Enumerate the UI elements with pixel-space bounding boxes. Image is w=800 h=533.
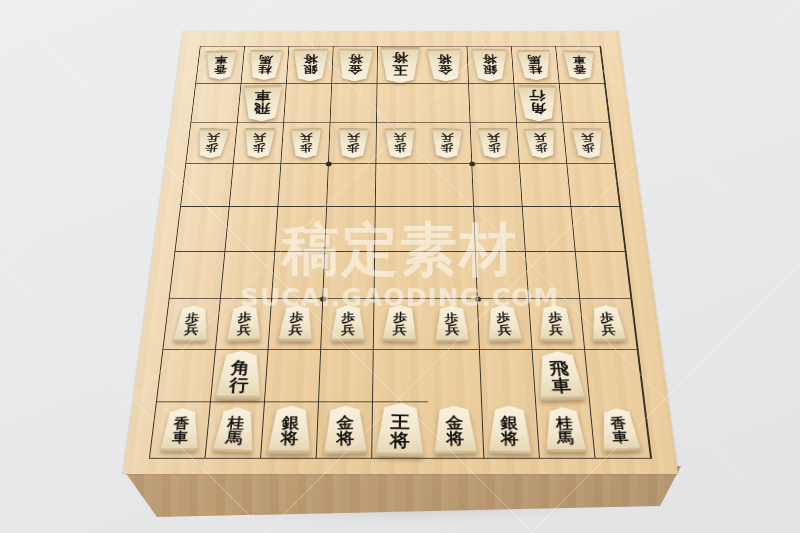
piece-kanji: 飛 (254, 102, 271, 115)
piece-kanji: 桂 (528, 64, 543, 74)
piece-face: 歩兵 (241, 128, 277, 158)
square-4h[interactable] (427, 349, 482, 402)
piece-pawn-sente[interactable]: 歩兵 (276, 306, 315, 343)
square-9b[interactable] (191, 84, 241, 123)
square-4b[interactable] (423, 84, 470, 123)
piece-pawn-gote[interactable]: 歩兵 (570, 128, 607, 158)
piece-kanji: 馬 (527, 54, 542, 64)
piece-kanji: 王 (391, 413, 411, 431)
piece-gold-gote[interactable]: 金将 (426, 49, 465, 82)
square-2d[interactable] (520, 164, 572, 207)
square-8g[interactable]: 歩兵 (216, 299, 272, 349)
piece-kanji: 兵 (534, 132, 548, 142)
piece-pawn-gote[interactable]: 歩兵 (384, 128, 418, 158)
piece-lance-sente[interactable]: 香車 (597, 408, 643, 451)
piece-kanji: 歩 (252, 142, 265, 152)
piece-kanji: 将 (482, 53, 497, 64)
square-3d[interactable] (472, 164, 523, 207)
piece-face: 歩兵 (430, 127, 464, 158)
piece-face: 金将 (425, 48, 466, 81)
square-8e[interactable] (225, 207, 278, 252)
piece-kanji: 角 (230, 360, 250, 377)
piece-kanji: 将 (336, 431, 354, 448)
piece-king-sente[interactable]: 王将 (374, 403, 428, 457)
piece-face: 王将 (373, 403, 427, 458)
square-7i[interactable]: 銀将 (261, 402, 319, 458)
piece-face: 金将 (431, 405, 480, 454)
piece-kanji: 馬 (556, 431, 574, 446)
piece-kanji: 将 (501, 431, 519, 448)
piece-face: 歩兵 (570, 128, 606, 158)
piece-kanji: 馬 (225, 430, 243, 446)
square-2b[interactable]: 角行 (514, 84, 563, 123)
piece-gold-sente[interactable]: 金将 (431, 406, 479, 455)
piece-face: 銀将 (470, 48, 509, 81)
square-5f[interactable] (375, 252, 426, 299)
square-9f[interactable] (170, 252, 226, 299)
piece-face: 歩兵 (381, 305, 420, 343)
piece-lance-gote[interactable]: 香車 (202, 50, 239, 79)
piece-kanji: 兵 (445, 325, 459, 337)
square-6g[interactable]: 歩兵 (321, 299, 374, 349)
square-9g[interactable]: 歩兵 (163, 299, 220, 349)
square-1c[interactable]: 歩兵 (563, 123, 615, 164)
piece-bishop-gote[interactable]: 角行 (515, 85, 561, 121)
piece-face: 香車 (158, 408, 203, 452)
square-6c[interactable]: 歩兵 (329, 123, 377, 164)
piece-kanji: 将 (303, 53, 318, 64)
square-1a[interactable]: 香車 (556, 46, 605, 83)
piece-kanji: 兵 (497, 324, 512, 336)
piece-kanji: 角 (530, 102, 547, 115)
square-4d[interactable] (424, 164, 473, 207)
piece-kanji: 車 (612, 430, 630, 445)
square-3a[interactable]: 銀将 (467, 46, 514, 83)
piece-kanji: 車 (254, 89, 271, 102)
piece-kanji: 玉 (392, 64, 408, 76)
piece-kanji: 将 (280, 431, 299, 447)
square-1d[interactable] (567, 164, 620, 207)
square-6i[interactable]: 金将 (317, 402, 373, 458)
square-5b[interactable] (377, 84, 423, 123)
square-2a[interactable]: 桂馬 (512, 46, 560, 83)
piece-gold-gote[interactable]: 金将 (335, 49, 374, 82)
square-9e[interactable] (175, 207, 229, 252)
square-9a[interactable]: 香車 (196, 46, 245, 83)
square-5e[interactable] (375, 207, 425, 252)
square-5c[interactable]: 歩兵 (377, 123, 425, 164)
piece-face: 角行 (516, 84, 561, 121)
piece-silver-sente[interactable]: 銀将 (265, 406, 315, 455)
piece-lance-gote[interactable]: 香車 (561, 50, 598, 79)
piece-face: 銀将 (486, 405, 534, 455)
piece-face: 香車 (596, 407, 643, 452)
piece-kanji: 兵 (549, 324, 564, 336)
square-7e[interactable] (275, 207, 327, 252)
piece-face: 角行 (213, 351, 267, 400)
piece-pawn-sente[interactable]: 歩兵 (536, 306, 576, 343)
piece-face: 桂馬 (541, 407, 589, 452)
piece-face: 香車 (203, 50, 238, 80)
piece-face: 歩兵 (484, 305, 524, 343)
piece-face: 歩兵 (384, 128, 418, 158)
square-7d[interactable] (279, 164, 330, 207)
piece-pawn-sente[interactable]: 歩兵 (588, 306, 629, 343)
square-2e[interactable] (522, 207, 575, 252)
piece-kanji: 兵 (441, 132, 454, 142)
square-1i[interactable]: 香車 (590, 402, 651, 458)
piece-face: 飛車 (240, 84, 284, 122)
piece-pawn-gote[interactable]: 歩兵 (336, 128, 370, 158)
piece-kanji: 兵 (601, 324, 616, 336)
square-5i[interactable]: 王将 (373, 402, 429, 458)
piece-face: 飛車 (533, 350, 588, 401)
piece-kanji: 歩 (488, 142, 501, 152)
square-9c[interactable]: 歩兵 (186, 123, 238, 164)
square-6f[interactable] (323, 252, 375, 299)
piece-kanji: 兵 (300, 132, 313, 142)
square-1b[interactable] (559, 84, 609, 123)
piece-pawn-gote[interactable]: 歩兵 (241, 128, 277, 158)
piece-pawn-sente[interactable]: 歩兵 (329, 306, 367, 343)
piece-kanji: 車 (573, 54, 586, 64)
square-2i[interactable]: 桂馬 (536, 402, 595, 458)
piece-kanji: 兵 (581, 132, 594, 142)
piece-face: 歩兵 (193, 127, 231, 158)
square-5a[interactable]: 玉将 (378, 46, 423, 83)
square-7f[interactable] (272, 252, 325, 299)
square-7a[interactable]: 銀将 (287, 46, 334, 83)
board-grid: 香車桂馬銀将金将玉将金将銀将桂馬香車飛車角行歩兵歩兵歩兵歩兵歩兵歩兵歩兵歩兵歩兵… (149, 46, 652, 459)
piece-rook-gote[interactable]: 飛車 (239, 85, 285, 121)
square-7g[interactable]: 歩兵 (269, 299, 324, 349)
piece-kanji: 馬 (259, 54, 274, 64)
piece-face: 玉将 (379, 47, 423, 83)
piece-bishop-sente[interactable]: 角行 (213, 351, 267, 400)
piece-kanji: 行 (229, 376, 250, 393)
piece-pawn-gote[interactable]: 歩兵 (193, 128, 230, 158)
square-6h[interactable] (319, 349, 374, 402)
piece-face: 桂馬 (210, 407, 259, 453)
piece-kanji: 将 (392, 52, 408, 64)
piece-pawn-gote[interactable]: 歩兵 (523, 128, 559, 158)
piece-kanji: 車 (551, 376, 572, 393)
square-9d[interactable] (181, 164, 234, 207)
piece-face: 金将 (335, 48, 376, 81)
square-6b[interactable] (331, 84, 378, 123)
square-2f[interactable] (526, 252, 581, 299)
square-4c[interactable]: 歩兵 (424, 123, 472, 164)
piece-face: 銀将 (290, 48, 329, 81)
piece-pawn-sente[interactable]: 歩兵 (433, 306, 471, 343)
square-8c[interactable]: 歩兵 (234, 123, 284, 164)
piece-pawn-sente[interactable]: 歩兵 (224, 306, 264, 343)
square-5g[interactable]: 歩兵 (374, 299, 427, 349)
square-6e[interactable] (325, 207, 376, 252)
piece-kanji: 銀 (483, 64, 498, 75)
piece-face: 歩兵 (171, 306, 212, 343)
piece-face: 桂馬 (246, 49, 285, 80)
square-4g[interactable]: 歩兵 (426, 299, 479, 349)
piece-pawn-gote[interactable]: 歩兵 (477, 128, 512, 158)
piece-silver-gote[interactable]: 銀将 (290, 49, 330, 82)
square-5h[interactable] (373, 349, 427, 402)
piece-knight-gote[interactable]: 桂馬 (246, 50, 285, 80)
square-3b[interactable] (469, 84, 517, 123)
piece-face: 桂馬 (515, 49, 554, 80)
piece-kanji: 兵 (288, 324, 303, 336)
piece-kanji: 将 (437, 53, 452, 64)
square-8d[interactable] (230, 164, 282, 207)
square-4i[interactable]: 金将 (428, 402, 484, 458)
square-3f[interactable] (476, 252, 529, 299)
board-perspective-wrapper: 香車桂馬銀将金将玉将金将銀将桂馬香車飛車角行歩兵歩兵歩兵歩兵歩兵歩兵歩兵歩兵歩兵… (123, 0, 678, 474)
piece-kanji: 兵 (237, 324, 251, 336)
stock-photo-shogi-board: 香車桂馬銀将金将玉将金将銀将桂馬香車飛車角行歩兵歩兵歩兵歩兵歩兵歩兵歩兵歩兵歩兵… (0, 0, 800, 533)
piece-kanji: 銀 (303, 64, 318, 75)
piece-face: 歩兵 (433, 306, 471, 343)
piece-face: 歩兵 (335, 128, 370, 158)
piece-kanji: 兵 (253, 132, 266, 142)
piece-kanji: 兵 (393, 324, 407, 336)
shogi-board-top-surface: 香車桂馬銀将金将玉将金将銀将桂馬香車飛車角行歩兵歩兵歩兵歩兵歩兵歩兵歩兵歩兵歩兵… (123, 31, 678, 474)
piece-pawn-sente[interactable]: 歩兵 (382, 306, 419, 343)
piece-kanji: 将 (390, 431, 410, 449)
square-2h[interactable]: 飛車 (532, 349, 590, 402)
piece-kanji: 車 (171, 431, 188, 446)
square-4e[interactable] (425, 207, 476, 252)
piece-face: 歩兵 (587, 305, 629, 342)
piece-king-gote[interactable]: 玉将 (379, 47, 423, 83)
square-7c[interactable]: 歩兵 (281, 123, 330, 164)
piece-kanji: 兵 (487, 132, 500, 142)
square-6a[interactable]: 金将 (332, 46, 378, 83)
piece-face: 金将 (322, 405, 370, 455)
square-1g[interactable]: 歩兵 (580, 299, 637, 349)
piece-face: 歩兵 (523, 127, 560, 158)
piece-kanji: 将 (348, 53, 363, 64)
square-8h[interactable]: 角行 (211, 349, 269, 402)
square-1e[interactable] (571, 207, 625, 252)
piece-face: 歩兵 (329, 305, 366, 342)
square-8i[interactable]: 桂馬 (206, 402, 265, 458)
piece-face: 歩兵 (477, 128, 512, 158)
square-8f[interactable] (221, 252, 276, 299)
piece-knight-sente[interactable]: 桂馬 (211, 407, 259, 452)
square-5d[interactable] (376, 164, 425, 207)
square-4a[interactable]: 金将 (423, 46, 469, 83)
square-8b[interactable]: 飛車 (238, 84, 287, 123)
piece-knight-sente[interactable]: 桂馬 (541, 407, 589, 452)
square-2g[interactable]: 歩兵 (529, 299, 585, 349)
piece-knight-gote[interactable]: 桂馬 (516, 50, 554, 80)
square-9h[interactable] (157, 349, 216, 402)
square-1f[interactable] (576, 252, 632, 299)
piece-pawn-gote[interactable]: 歩兵 (430, 128, 464, 158)
piece-kanji: 兵 (184, 325, 199, 337)
square-7h[interactable] (265, 349, 321, 402)
piece-face: 歩兵 (289, 127, 323, 158)
square-2c[interactable]: 歩兵 (517, 123, 567, 164)
square-3h[interactable] (480, 349, 536, 402)
piece-kanji: 兵 (341, 324, 355, 336)
piece-kanji: 車 (214, 54, 227, 64)
piece-pawn-sente[interactable]: 歩兵 (171, 306, 212, 343)
piece-pawn-gote[interactable]: 歩兵 (288, 128, 323, 158)
square-6d[interactable] (327, 164, 376, 207)
piece-face: 歩兵 (537, 305, 576, 342)
square-8a[interactable]: 桂馬 (241, 46, 289, 83)
piece-lance-sente[interactable]: 香車 (157, 408, 203, 451)
piece-kanji: 兵 (394, 132, 407, 142)
piece-kanji: 兵 (347, 132, 360, 142)
piece-kanji: 飛 (549, 360, 570, 377)
piece-gold-sente[interactable]: 金将 (321, 406, 369, 455)
piece-kanji: 行 (529, 89, 546, 101)
square-3g[interactable]: 歩兵 (477, 299, 532, 349)
square-3c[interactable]: 歩兵 (470, 123, 519, 164)
piece-silver-sente[interactable]: 銀将 (485, 406, 535, 455)
piece-kanji: 将 (446, 431, 464, 447)
piece-silver-gote[interactable]: 銀将 (470, 49, 510, 82)
piece-pawn-sente[interactable]: 歩兵 (485, 306, 524, 343)
piece-face: 銀将 (265, 406, 315, 455)
square-4f[interactable] (426, 252, 478, 299)
square-9i[interactable]: 香車 (150, 402, 211, 458)
piece-face: 歩兵 (276, 305, 316, 342)
piece-kanji: 兵 (206, 132, 220, 142)
square-1h[interactable] (585, 349, 644, 402)
square-3i[interactable]: 銀将 (482, 402, 540, 458)
piece-face: 歩兵 (225, 305, 264, 343)
piece-rook-sente[interactable]: 飛車 (534, 351, 588, 400)
square-3e[interactable] (474, 207, 526, 252)
piece-face: 香車 (562, 50, 597, 80)
square-7b[interactable] (284, 84, 332, 123)
